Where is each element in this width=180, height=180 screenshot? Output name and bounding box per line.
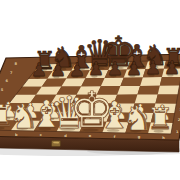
piece-shadow <box>92 67 104 70</box>
piece-shadow <box>75 67 86 70</box>
piece-shadow <box>39 128 52 131</box>
rank-label-right-3: 3 <box>179 108 180 112</box>
piece-shadow <box>110 67 124 70</box>
box-clasp-highlight <box>53 142 59 144</box>
square-h4 <box>155 95 178 104</box>
piece-shadow <box>69 118 76 121</box>
piece-shadow <box>82 129 99 132</box>
square-h3 <box>153 104 176 114</box>
piece-shadow <box>47 118 54 121</box>
piece-shadow <box>154 130 164 133</box>
piece-shadow <box>60 128 75 131</box>
chess-set-photo: abcdefgh8877665544332211 ♜♞♝♛♚♝♞♜♟♟♟♟♟♟♟… <box>0 0 180 180</box>
piece-shadow <box>91 75 97 78</box>
piece-shadow <box>149 66 159 69</box>
piece-shadow <box>167 74 173 77</box>
piece-shadow <box>130 66 141 69</box>
square-e5 <box>97 86 121 95</box>
piece-shadow <box>107 129 120 132</box>
chess-board: abcdefgh8877665544332211 <box>0 0 180 180</box>
file-label-g: g <box>138 135 141 139</box>
piece-shadow <box>110 75 116 78</box>
square-g3 <box>132 104 156 113</box>
piece-shadow <box>3 117 10 120</box>
square-h6 <box>160 77 180 86</box>
square-g6 <box>140 77 162 86</box>
piece-shadow <box>91 118 98 121</box>
piece-shadow <box>34 76 40 79</box>
piece-shadow <box>168 65 176 68</box>
file-label-h: h <box>162 136 165 140</box>
box-clasp <box>51 140 60 146</box>
square-h5 <box>158 86 180 95</box>
square-g5 <box>137 86 159 95</box>
square-g4 <box>135 95 158 104</box>
square-f3 <box>110 104 134 113</box>
square-f5 <box>117 86 140 95</box>
piece-shadow <box>135 119 142 122</box>
file-label-b: b <box>15 133 18 137</box>
piece-shadow <box>148 74 154 77</box>
square-e4 <box>93 95 117 104</box>
rank-label-right-2: 2 <box>178 118 180 122</box>
piece-shadow <box>129 74 135 77</box>
piece-shadow <box>57 68 67 71</box>
piece-shadow <box>25 117 32 120</box>
square-f6 <box>120 77 142 86</box>
square-e3 <box>89 103 114 112</box>
piece-shadow <box>53 76 59 79</box>
piece-shadow <box>17 127 29 130</box>
file-label-c: c <box>40 133 42 137</box>
piece-shadow <box>130 129 142 132</box>
square-f4 <box>114 95 138 104</box>
file-label-d: d <box>64 134 67 138</box>
piece-shadow <box>157 119 164 122</box>
piece-shadow <box>113 119 120 122</box>
piece-shadow <box>72 75 78 78</box>
piece-shadow <box>39 68 47 71</box>
square-e6 <box>101 78 124 87</box>
